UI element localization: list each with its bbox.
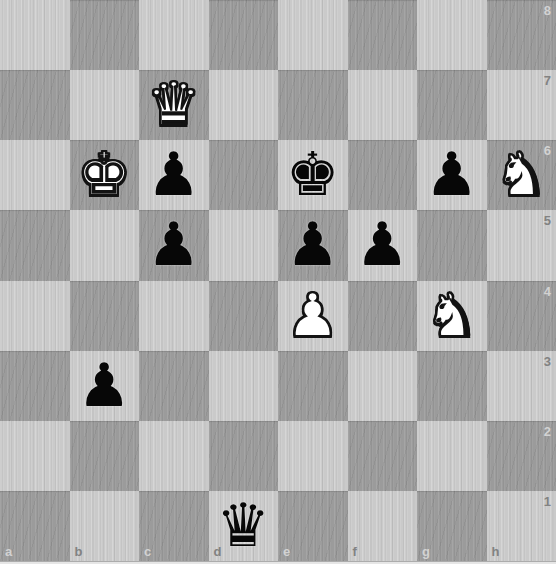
square-b1[interactable]: b (70, 491, 140, 561)
file-label-e: e (283, 544, 290, 559)
rank-label-7: 7 (544, 73, 551, 88)
black-queen-d1[interactable]: ♛ (216, 495, 270, 555)
black-pawn-c6[interactable]: ♟ (147, 144, 201, 204)
square-b7[interactable] (70, 70, 140, 140)
rank-label-6: 6 (544, 143, 551, 158)
square-g4[interactable]: ♞ (417, 281, 487, 351)
white-king-b6[interactable]: ♚ (77, 144, 131, 204)
square-f1[interactable]: f (348, 491, 418, 561)
square-a8[interactable] (0, 0, 70, 70)
square-d6[interactable] (209, 140, 279, 210)
square-c5[interactable]: ♟ (139, 210, 209, 280)
file-label-d: d (214, 544, 222, 559)
square-h8[interactable]: 8 (487, 0, 556, 70)
square-h2[interactable]: 2 (487, 421, 556, 491)
square-h3[interactable]: 3 (487, 351, 556, 421)
square-d3[interactable] (209, 351, 279, 421)
square-g5[interactable] (417, 210, 487, 280)
square-e1[interactable]: e (278, 491, 348, 561)
rank-label-1: 1 (544, 494, 551, 509)
square-b3[interactable]: ♟ (70, 351, 140, 421)
black-pawn-c5[interactable]: ♟ (147, 214, 201, 274)
square-c1[interactable]: c (139, 491, 209, 561)
file-label-g: g (422, 544, 430, 559)
square-e5[interactable]: ♟ (278, 210, 348, 280)
square-h7[interactable]: 7 (487, 70, 556, 140)
white-pawn-e4[interactable]: ♟ (286, 285, 340, 345)
square-e6[interactable]: ♚ (278, 140, 348, 210)
square-c3[interactable] (139, 351, 209, 421)
square-f4[interactable] (348, 281, 418, 351)
square-h4[interactable]: 4 (487, 281, 556, 351)
square-f2[interactable] (348, 421, 418, 491)
black-pawn-e5[interactable]: ♟ (286, 214, 340, 274)
square-f3[interactable] (348, 351, 418, 421)
rank-label-3: 3 (544, 354, 551, 369)
square-d8[interactable] (209, 0, 279, 70)
chess-board: 8♛7♚♟♚♟♞6♟♟♟5♟♞4♟32abc♛defg1h (0, 0, 556, 561)
square-c2[interactable] (139, 421, 209, 491)
square-f6[interactable] (348, 140, 418, 210)
square-d1[interactable]: ♛d (209, 491, 279, 561)
rank-label-4: 4 (544, 284, 551, 299)
square-f7[interactable] (348, 70, 418, 140)
square-f5[interactable]: ♟ (348, 210, 418, 280)
chess-app: 8♛7♚♟♚♟♞6♟♟♟5♟♞4♟32abc♛defg1h (0, 0, 556, 564)
square-a1[interactable]: a (0, 491, 70, 561)
square-g1[interactable]: g (417, 491, 487, 561)
square-h1[interactable]: 1h (487, 491, 556, 561)
square-c6[interactable]: ♟ (139, 140, 209, 210)
square-c4[interactable] (139, 281, 209, 351)
square-a3[interactable] (0, 351, 70, 421)
square-a2[interactable] (0, 421, 70, 491)
square-e3[interactable] (278, 351, 348, 421)
black-pawn-f5[interactable]: ♟ (355, 214, 409, 274)
square-h6[interactable]: ♞6 (487, 140, 556, 210)
square-f8[interactable] (348, 0, 418, 70)
file-label-f: f (353, 544, 357, 559)
square-e7[interactable] (278, 70, 348, 140)
square-d4[interactable] (209, 281, 279, 351)
square-d7[interactable] (209, 70, 279, 140)
rank-label-2: 2 (544, 424, 551, 439)
square-a6[interactable] (0, 140, 70, 210)
file-label-a: a (5, 544, 12, 559)
square-g3[interactable] (417, 351, 487, 421)
white-queen-c7[interactable]: ♛ (147, 74, 201, 134)
square-d5[interactable] (209, 210, 279, 280)
square-e8[interactable] (278, 0, 348, 70)
square-b8[interactable] (70, 0, 140, 70)
black-king-e6[interactable]: ♚ (286, 144, 340, 204)
square-c7[interactable]: ♛ (139, 70, 209, 140)
square-b4[interactable] (70, 281, 140, 351)
square-a7[interactable] (0, 70, 70, 140)
square-g6[interactable]: ♟ (417, 140, 487, 210)
file-label-h: h (492, 544, 500, 559)
white-knight-h6[interactable]: ♞ (494, 144, 548, 204)
white-knight-g4[interactable]: ♞ (425, 285, 479, 345)
square-g7[interactable] (417, 70, 487, 140)
square-g2[interactable] (417, 421, 487, 491)
square-b2[interactable] (70, 421, 140, 491)
square-b6[interactable]: ♚ (70, 140, 140, 210)
file-label-c: c (144, 544, 151, 559)
square-b5[interactable] (70, 210, 140, 280)
black-pawn-b3[interactable]: ♟ (77, 355, 131, 415)
file-label-b: b (75, 544, 83, 559)
rank-label-5: 5 (544, 213, 551, 228)
square-e4[interactable]: ♟ (278, 281, 348, 351)
square-a4[interactable] (0, 281, 70, 351)
square-g8[interactable] (417, 0, 487, 70)
square-c8[interactable] (139, 0, 209, 70)
rank-label-8: 8 (544, 3, 551, 18)
square-d2[interactable] (209, 421, 279, 491)
square-a5[interactable] (0, 210, 70, 280)
square-e2[interactable] (278, 421, 348, 491)
square-h5[interactable]: 5 (487, 210, 556, 280)
black-pawn-g6[interactable]: ♟ (425, 144, 479, 204)
